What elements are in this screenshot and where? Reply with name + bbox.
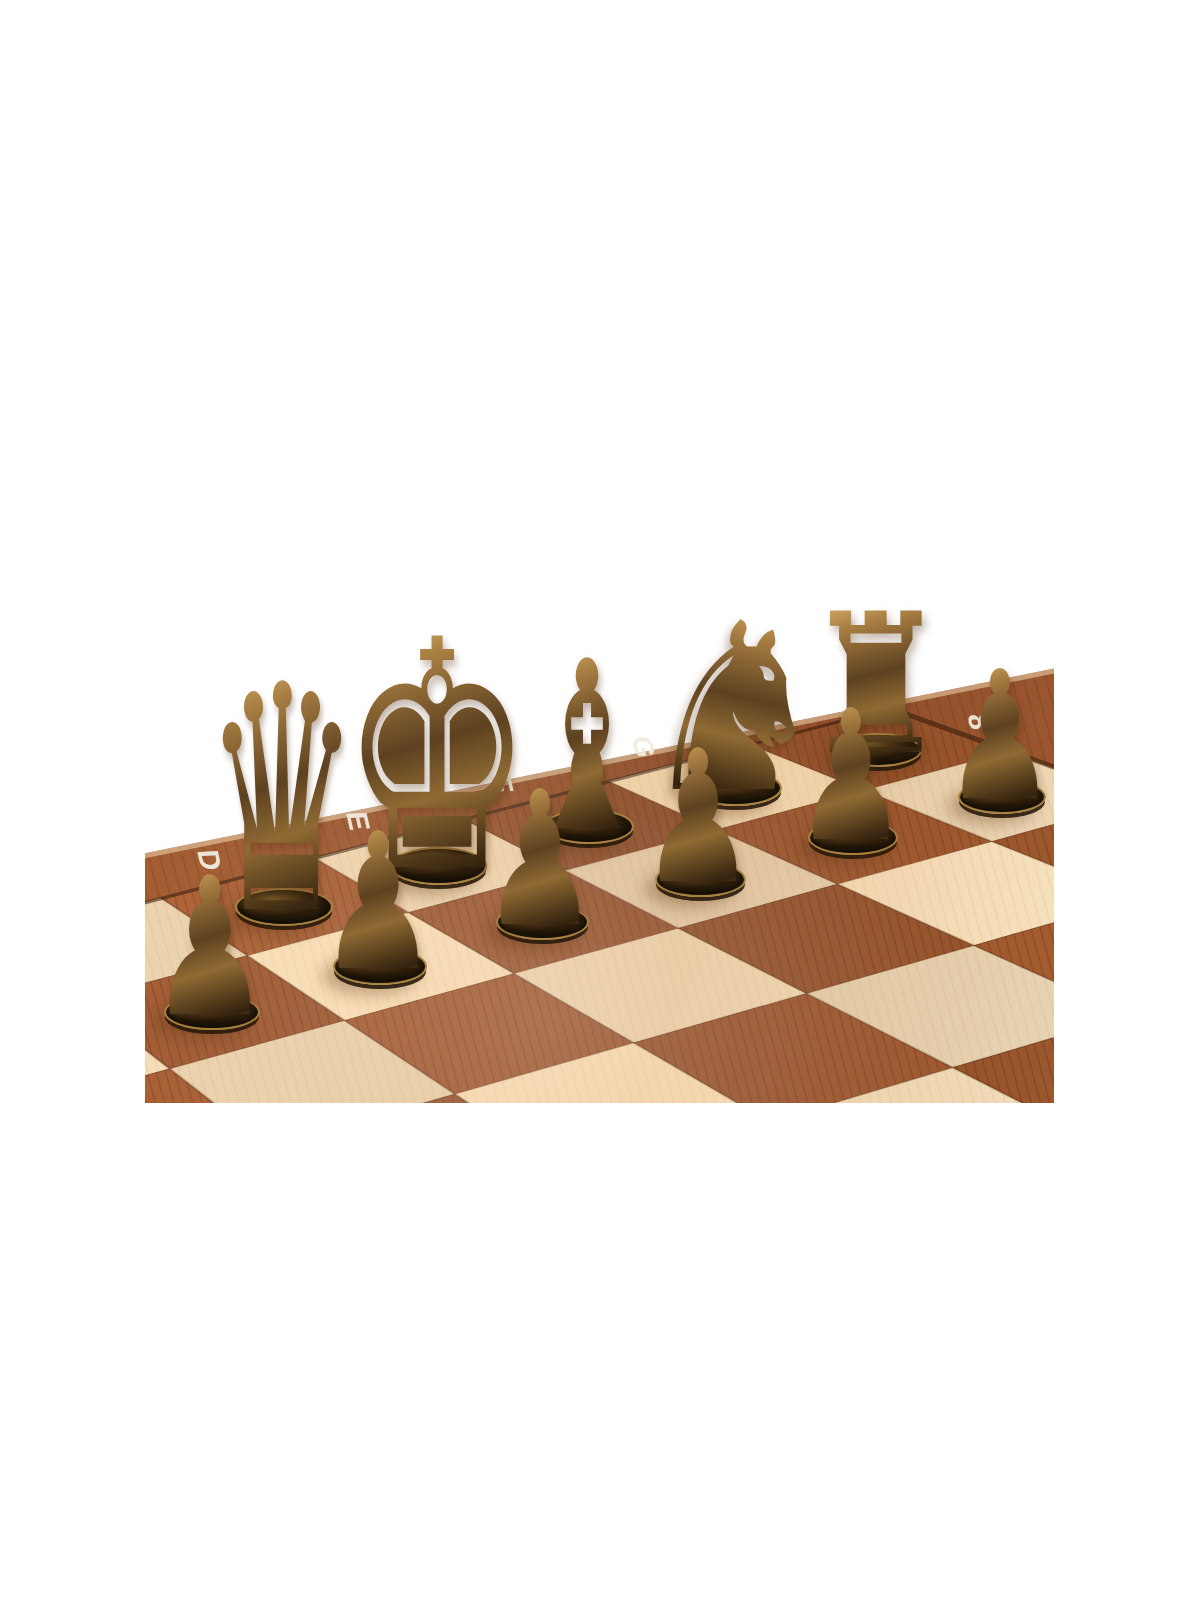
chess-board-photo: DEFG8♜♞♟♝♟♚♟♛♟♟♟ <box>145 553 1054 1103</box>
piece-pawn-c7: ♟ <box>150 852 270 1044</box>
piece-pawn-f7: ♟ <box>641 726 756 909</box>
piece-pawn-e7: ♟ <box>482 767 599 953</box>
piece-pawn-d7: ♟ <box>318 809 437 998</box>
board-stage: DEFG8♜♞♟♝♟♚♟♛♟♟♟ <box>145 553 1054 1103</box>
piece-pawn-g7: ♟ <box>794 687 907 868</box>
piece-pawn-h7: ♟ <box>944 648 1054 826</box>
